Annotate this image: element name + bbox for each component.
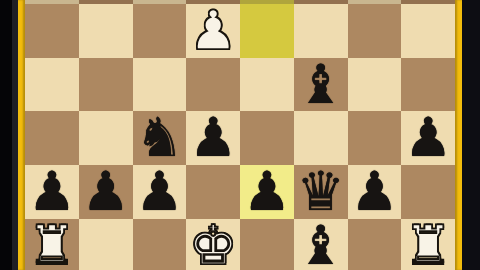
square-g4[interactable]	[348, 58, 402, 112]
square-h5[interactable]	[401, 4, 455, 58]
square-e1[interactable]	[240, 219, 294, 270]
square-f5[interactable]	[294, 4, 348, 58]
square-c4[interactable]	[133, 58, 187, 112]
square-a3[interactable]	[25, 111, 79, 165]
black-pawn-c2[interactable]: ♟	[133, 165, 187, 219]
square-b5[interactable]	[79, 4, 133, 58]
square-h3[interactable]: ♟	[401, 111, 455, 165]
square-e3[interactable]	[240, 111, 294, 165]
square-g3[interactable]	[348, 111, 402, 165]
square-b4[interactable]	[79, 58, 133, 112]
square-g2[interactable]: ♟	[348, 165, 402, 219]
black-pawn-g2[interactable]: ♟	[348, 165, 402, 219]
square-c3[interactable]: ♞	[133, 111, 187, 165]
square-g5[interactable]	[348, 4, 402, 58]
black-pawn-e2[interactable]: ♟	[240, 165, 294, 219]
black-pawn-h3[interactable]: ♟	[401, 111, 455, 165]
square-e4[interactable]	[240, 58, 294, 112]
gold-frame-left	[18, 0, 25, 270]
right-black-margin	[462, 0, 480, 270]
square-f4[interactable]: ♝	[294, 58, 348, 112]
square-h4[interactable]	[401, 58, 455, 112]
square-a1[interactable]: ♜	[25, 219, 79, 270]
square-e5[interactable]	[240, 4, 294, 58]
square-a2[interactable]: ♟	[25, 165, 79, 219]
square-h2[interactable]	[401, 165, 455, 219]
gold-frame-right	[455, 0, 462, 270]
white-king-d1[interactable]: ♚	[186, 219, 240, 270]
square-c1[interactable]	[133, 219, 187, 270]
square-e2[interactable]: ♟	[240, 165, 294, 219]
square-b3[interactable]	[79, 111, 133, 165]
black-pawn-d3[interactable]: ♟	[186, 111, 240, 165]
black-bishop-f4[interactable]: ♝	[294, 58, 348, 112]
chess-board[interactable]: ♟♝♞♟♟♟♟♟♟♛♟♜♚♝♜	[25, 0, 455, 270]
square-a4[interactable]	[25, 58, 79, 112]
square-c5[interactable]	[133, 4, 187, 58]
square-b1[interactable]	[79, 219, 133, 270]
square-c2[interactable]: ♟	[133, 165, 187, 219]
black-bishop-f1[interactable]: ♝	[294, 219, 348, 270]
square-f1[interactable]: ♝	[294, 219, 348, 270]
white-rook-a1[interactable]: ♜	[25, 219, 79, 270]
white-rook-h1[interactable]: ♜	[401, 219, 455, 270]
white-pawn-d5[interactable]: ♟	[186, 4, 240, 58]
square-d2[interactable]	[186, 165, 240, 219]
square-d5[interactable]: ♟	[186, 4, 240, 58]
black-pawn-a2[interactable]: ♟	[25, 165, 79, 219]
square-f3[interactable]	[294, 111, 348, 165]
video-frame: ♟♝♞♟♟♟♟♟♟♛♟♜♚♝♜	[0, 0, 480, 270]
left-black-margin	[0, 0, 12, 270]
square-h1[interactable]: ♜	[401, 219, 455, 270]
black-pawn-b2[interactable]: ♟	[79, 165, 133, 219]
square-d3[interactable]: ♟	[186, 111, 240, 165]
square-b2[interactable]: ♟	[79, 165, 133, 219]
square-d1[interactable]: ♚	[186, 219, 240, 270]
square-g1[interactable]	[348, 219, 402, 270]
black-queen-f2[interactable]: ♛	[294, 165, 348, 219]
black-knight-c3[interactable]: ♞	[133, 111, 187, 165]
square-d4[interactable]	[186, 58, 240, 112]
square-a5[interactable]	[25, 4, 79, 58]
square-f2[interactable]: ♛	[294, 165, 348, 219]
